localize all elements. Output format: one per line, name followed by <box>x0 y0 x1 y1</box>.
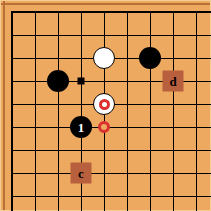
frame-highlight-left <box>0 0 1 211</box>
grid-vline <box>196 11 197 211</box>
grid-vline <box>173 11 174 211</box>
grid-vline <box>150 11 151 211</box>
red-circle-marker[interactable] <box>98 121 110 133</box>
move-1-stone[interactable]: 1 <box>70 116 92 138</box>
frame-highlight-right <box>210 0 211 211</box>
board-edge-line-left <box>11 11 13 211</box>
grid-hline <box>11 173 211 174</box>
grid-hline <box>11 127 211 128</box>
circled-white-stone[interactable] <box>93 93 115 115</box>
frame-shadow-left <box>3 0 5 211</box>
star-point <box>78 78 85 85</box>
grid-vline <box>58 11 59 211</box>
frame-highlight-top <box>0 0 211 1</box>
letter-point-d[interactable]: d <box>163 71 184 92</box>
frame-shadow-top <box>0 3 211 5</box>
letter-point-c[interactable]: c <box>71 163 92 184</box>
grid-hline <box>11 150 211 151</box>
white-stone[interactable] <box>93 47 115 69</box>
grid-hline <box>11 35 211 36</box>
black-stone[interactable] <box>47 70 69 92</box>
frame-highlight-bottom <box>0 210 211 211</box>
grid-vline <box>127 11 128 211</box>
board-edge-line-top <box>11 11 211 13</box>
go-board-diagram[interactable]: cd1 <box>0 0 211 211</box>
grid-vline <box>35 11 36 211</box>
black-stone[interactable] <box>139 47 161 69</box>
red-circle-on-stone <box>99 99 110 110</box>
grid-hline <box>11 196 211 197</box>
move-number-label: 1 <box>78 121 85 134</box>
